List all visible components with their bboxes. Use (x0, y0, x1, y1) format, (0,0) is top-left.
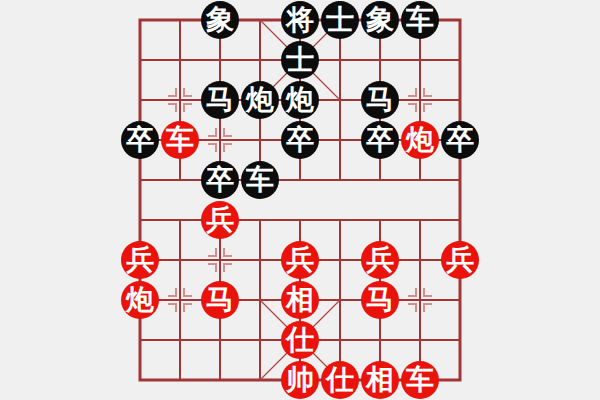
black-chariot-piece[interactable]: 车 (241, 161, 279, 199)
black-soldier-piece[interactable]: 卒 (281, 121, 319, 159)
black-horse-piece[interactable]: 马 (201, 81, 239, 119)
black-soldier-piece[interactable]: 卒 (201, 161, 239, 199)
red-soldier-piece[interactable]: 兵 (441, 241, 479, 279)
red-chariot-piece[interactable]: 车 (161, 121, 199, 159)
red-general-piece[interactable]: 帅 (281, 361, 319, 399)
black-cannon-piece[interactable]: 炮 (281, 81, 319, 119)
black-advisor-piece[interactable]: 士 (321, 1, 359, 39)
black-horse-piece[interactable]: 马 (361, 81, 399, 119)
black-elephant-piece[interactable]: 象 (361, 1, 399, 39)
black-soldier-piece[interactable]: 卒 (361, 121, 399, 159)
red-cannon-piece[interactable]: 炮 (121, 281, 159, 319)
pieces-layer: 象将士象车士马炮炮马卒车卒卒炮卒卒车兵兵兵兵兵炮马相马仕帅仕相车 (0, 0, 600, 400)
red-elephant-piece[interactable]: 相 (281, 281, 319, 319)
black-advisor-piece[interactable]: 士 (281, 41, 319, 79)
black-chariot-piece[interactable]: 车 (401, 1, 439, 39)
red-advisor-piece[interactable]: 仕 (321, 361, 359, 399)
red-chariot-piece[interactable]: 车 (401, 361, 439, 399)
red-elephant-piece[interactable]: 相 (361, 361, 399, 399)
red-soldier-piece[interactable]: 兵 (361, 241, 399, 279)
black-elephant-piece[interactable]: 象 (201, 1, 239, 39)
black-cannon-piece[interactable]: 炮 (241, 81, 279, 119)
red-soldier-piece[interactable]: 兵 (121, 241, 159, 279)
red-horse-piece[interactable]: 马 (201, 281, 239, 319)
black-soldier-piece[interactable]: 卒 (121, 121, 159, 159)
black-soldier-piece[interactable]: 卒 (441, 121, 479, 159)
red-horse-piece[interactable]: 马 (361, 281, 399, 319)
red-soldier-piece[interactable]: 兵 (201, 201, 239, 239)
red-cannon-piece[interactable]: 炮 (401, 121, 439, 159)
xiangqi-board-screen: 象将士象车士马炮炮马卒车卒卒炮卒卒车兵兵兵兵兵炮马相马仕帅仕相车 (0, 0, 600, 400)
black-general-piece[interactable]: 将 (281, 1, 319, 39)
red-advisor-piece[interactable]: 仕 (281, 321, 319, 359)
red-soldier-piece[interactable]: 兵 (281, 241, 319, 279)
